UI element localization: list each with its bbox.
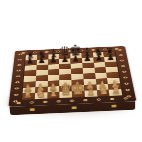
hinge-icon [111,105,116,108]
square-a1[interactable]: ♜ [22,93,35,100]
piece-black-pawn[interactable]: ♟ [38,56,46,65]
square-f7[interactable]: ♟ [82,57,94,63]
piece-white-bishop[interactable]: ♝ [47,85,59,98]
box-front-edge [9,101,135,115]
square-c7[interactable]: ♟ [48,59,59,65]
piece-black-pawn[interactable]: ♟ [26,56,34,65]
piece-black-pawn[interactable]: ♟ [61,55,69,64]
piece-black-pawn[interactable]: ♟ [72,54,80,63]
square-h7[interactable]: ♟ [104,56,116,62]
hinge-icon [71,106,76,109]
square-c1[interactable]: ♝ [47,92,60,99]
piece-black-pawn[interactable]: ♟ [106,53,114,62]
piece-white-knight[interactable]: ♞ [35,87,46,99]
square-g1[interactable]: ♞ [97,90,110,97]
square-e1[interactable]: ♚ [72,91,85,98]
piece-black-pawn[interactable]: ♟ [95,53,103,62]
square-h1[interactable]: ♜ [109,89,122,96]
board-grid: ♜♞♝♛♚♝♞♜♟♟♟♟♟♟♟♟♟♟♟♟♟♟♟♟♜♞♝♛♚♝♞♜ [22,51,122,99]
square-d7[interactable]: ♟ [59,58,70,64]
hinge-icon [30,108,35,111]
piece-white-rook[interactable]: ♜ [23,88,33,99]
piece-white-knight[interactable]: ♞ [98,84,109,96]
chess-set-photo: ♜♞♝♛♚♝♞♜♟♟♟♟♟♟♟♟♟♟♟♟♟♟♟♟♜♞♝♛♚♝♞♜ [0,0,142,142]
square-f1[interactable]: ♝ [84,90,97,97]
piece-black-pawn[interactable]: ♟ [83,54,91,63]
piece-black-pawn[interactable]: ♟ [49,55,57,64]
square-g7[interactable]: ♟ [93,57,105,63]
chess-board: ♜♞♝♛♚♝♞♜♟♟♟♟♟♟♟♟♟♟♟♟♟♟♟♟♜♞♝♛♚♝♞♜ [9,46,137,107]
piece-white-bishop[interactable]: ♝ [85,84,97,97]
square-b1[interactable]: ♞ [35,92,48,99]
piece-white-rook[interactable]: ♜ [111,85,121,96]
